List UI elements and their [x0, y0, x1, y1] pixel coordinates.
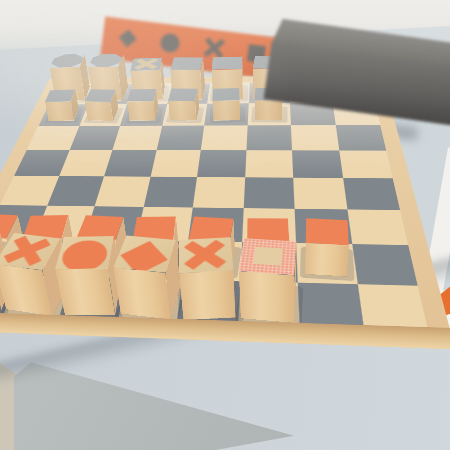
square-h4 — [343, 178, 401, 210]
square-g6 — [291, 125, 339, 150]
piece-top-cross — [179, 237, 234, 273]
square-g4 — [293, 178, 347, 209]
square-c6 — [112, 126, 161, 150]
square-e6 — [201, 125, 247, 150]
piece-top-plain_gray — [168, 89, 198, 101]
square-f4 — [243, 177, 294, 208]
diamond-symbol: ◆ — [114, 235, 174, 272]
piece-gray-plain_gray-a7 — [49, 108, 79, 121]
piece-orange-plain_orange-g2 — [305, 249, 347, 277]
piece-top-plain_gray — [127, 89, 156, 102]
square-d5 — [150, 150, 201, 177]
piece-gray-plain_gray-b7 — [88, 108, 119, 121]
square-h6 — [335, 125, 386, 150]
square-h2 — [352, 244, 418, 285]
piece-top-plain_gray — [212, 57, 243, 70]
piece-orange-frame-f1 — [240, 284, 295, 323]
piece-top-plain_gray — [212, 88, 239, 101]
piece-top-circle: ● — [56, 236, 115, 269]
piece-gray-plain_gray-c7 — [129, 108, 158, 121]
square-d4 — [143, 177, 197, 207]
square-c4 — [95, 176, 150, 206]
circle-symbol: ● — [56, 236, 114, 269]
piece-top-plain_orange — [305, 218, 348, 245]
square-e5 — [197, 150, 246, 177]
square-h5 — [339, 150, 393, 178]
square-g5 — [292, 150, 343, 178]
square-c5 — [104, 150, 156, 177]
piece-top-plain_gray — [170, 57, 203, 70]
piece-gray-plain_gray-e7 — [213, 107, 240, 120]
piece-orange-cross-e1 — [184, 283, 237, 320]
square-h3 — [347, 209, 409, 245]
square-d6 — [156, 126, 204, 150]
square-f6 — [246, 125, 292, 150]
piece-gray-plain_gray-d7 — [170, 108, 199, 121]
photo-scene: ●◆ — [0, 0, 450, 450]
square-f5 — [245, 150, 294, 178]
square-e4 — [193, 177, 245, 208]
piece-orange-diamond-d1: ◆ — [121, 281, 181, 320]
piece-gray-plain_gray-f7 — [255, 108, 282, 121]
x-symbol — [179, 237, 234, 273]
piece-top-frame — [239, 238, 297, 275]
piece-orange-circle-c1: ● — [65, 281, 121, 315]
frame-inset — [253, 246, 283, 265]
